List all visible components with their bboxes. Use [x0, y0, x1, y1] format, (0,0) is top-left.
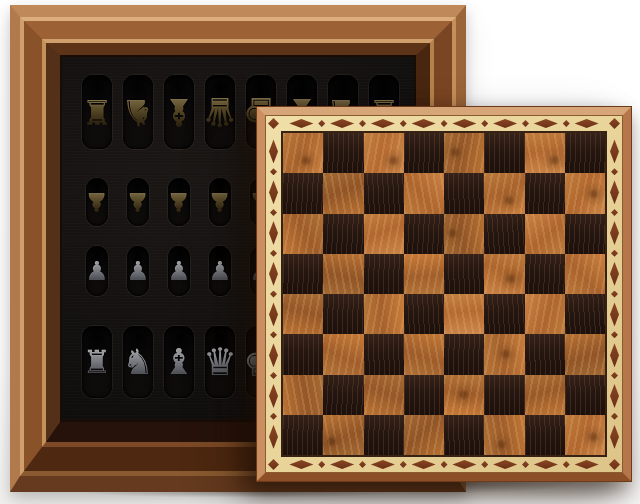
inlay-diamond: [289, 119, 313, 128]
inlay-diamond: [481, 120, 488, 127]
square-h3: [565, 334, 605, 374]
piece-slot: ♛: [205, 75, 235, 149]
square-g5: [525, 254, 565, 294]
square-c4: [364, 294, 404, 334]
square-d6: [404, 214, 444, 254]
square-g7: [525, 173, 565, 213]
inlay-corner-diamond: [268, 459, 279, 470]
square-e8: [444, 133, 484, 173]
square-h6: [565, 214, 605, 254]
inlay-corner-diamond: [268, 118, 279, 129]
square-h1: [565, 415, 605, 455]
inlay-diamond: [400, 120, 407, 127]
square-b4: [323, 294, 363, 334]
board-inner-frame: [281, 131, 607, 457]
inlay-diamond: [611, 250, 618, 257]
board-grid: [283, 133, 605, 455]
square-f8: [484, 133, 524, 173]
square-b7: [323, 173, 363, 213]
inlay-diamond: [371, 119, 395, 128]
square-e5: [444, 254, 484, 294]
piece-slot: ♟: [127, 178, 149, 226]
square-g2: [525, 375, 565, 415]
piece-slot: ♝: [164, 75, 194, 149]
inlay-diamond: [610, 221, 619, 245]
inlay-diamond: [269, 139, 278, 163]
piece-slot: ♟: [168, 178, 190, 226]
chessboard: [256, 106, 632, 482]
inlay-diamond: [493, 119, 517, 128]
inlay-diamond: [269, 384, 278, 408]
square-d5: [404, 254, 444, 294]
inlay-diamond: [270, 168, 277, 175]
square-g1: [525, 415, 565, 455]
silver-knight-piece: ♞: [122, 345, 153, 380]
inlay-diamond: [269, 221, 278, 245]
inlay-diamond: [563, 461, 570, 468]
square-h7: [565, 173, 605, 213]
square-h4: [565, 294, 605, 334]
inlay-diamond: [441, 120, 448, 127]
square-c3: [364, 334, 404, 374]
inlay-corner-diamond: [609, 118, 620, 129]
bronze-knight-piece: ♞: [121, 94, 154, 131]
inlay-diamond: [575, 460, 599, 469]
inlay-diamond: [330, 119, 354, 128]
bronze-pawn-piece: ♟: [126, 189, 149, 215]
inlay-diamond: [534, 119, 558, 128]
inlay-diamond: [289, 460, 313, 469]
inlay-diamond: [481, 461, 488, 468]
square-f3: [484, 334, 524, 374]
square-d8: [404, 133, 444, 173]
inlay-diamond: [359, 461, 366, 468]
inlay-diamond: [610, 139, 619, 163]
square-e4: [444, 294, 484, 334]
square-c7: [364, 173, 404, 213]
piece-slot: ♟: [86, 178, 108, 226]
inlay-diamond: [412, 119, 436, 128]
inlay-diamond: [270, 372, 277, 379]
board-rim: [256, 106, 632, 482]
piece-slot: ♟: [209, 178, 231, 226]
inlay-diamond: [610, 302, 619, 326]
inlay-diamond: [563, 120, 570, 127]
square-b8: [323, 133, 363, 173]
square-b5: [323, 254, 363, 294]
silver-pawn-piece: ♟: [208, 258, 231, 284]
square-d2: [404, 375, 444, 415]
piece-slot: ♛: [205, 326, 235, 398]
square-a1: [283, 415, 323, 455]
inlay-diamond: [269, 425, 278, 449]
inlay-diamond: [522, 461, 529, 468]
bronze-pawn-piece: ♟: [167, 189, 190, 215]
scene: ♜♞♝♛♚♝♞♜♟♟♟♟♟♟♟♟♟♟♟♟♟♟♟♟♜♞♝♛♚♝♞♜: [0, 0, 640, 504]
inlay-diamond: [611, 168, 618, 175]
piece-slot: ♟: [168, 246, 190, 296]
square-c8: [364, 133, 404, 173]
inlay-diamond: [269, 343, 278, 367]
silver-rook-piece: ♜: [83, 346, 112, 378]
silver-pawn-piece: ♟: [167, 258, 190, 284]
piece-slot: ♜: [82, 326, 112, 398]
square-a8: [283, 133, 323, 173]
inlay-diamond: [318, 461, 325, 468]
inlay-diamond: [522, 120, 529, 127]
square-f4: [484, 294, 524, 334]
inlay-diamond: [610, 425, 619, 449]
square-f7: [484, 173, 524, 213]
piece-slot: ♟: [209, 246, 231, 296]
marquetry-border: [265, 115, 623, 473]
square-f1: [484, 415, 524, 455]
square-b6: [323, 214, 363, 254]
inlay-diamond: [611, 413, 618, 420]
square-e6: [444, 214, 484, 254]
inlay-corner-diamond: [609, 459, 620, 470]
square-g4: [525, 294, 565, 334]
inlay-diamond: [611, 209, 618, 216]
piece-slot: ♟: [86, 246, 108, 296]
square-d1: [404, 415, 444, 455]
square-e2: [444, 375, 484, 415]
inlay-diamond: [269, 180, 278, 204]
inlay-diamond: [269, 262, 278, 286]
inlay-diamond: [611, 291, 618, 298]
square-a4: [283, 294, 323, 334]
piece-slot: ♝: [164, 326, 194, 398]
silver-queen-piece: ♛: [203, 343, 237, 381]
inlay-diamond: [270, 331, 277, 338]
inlay-diamond: [493, 460, 517, 469]
square-d7: [404, 173, 444, 213]
square-a2: [283, 375, 323, 415]
inlay-diamond: [575, 119, 599, 128]
bronze-bishop-piece: ♝: [162, 93, 196, 131]
inlay-diamond: [270, 250, 277, 257]
square-f6: [484, 214, 524, 254]
square-e3: [444, 334, 484, 374]
square-g6: [525, 214, 565, 254]
square-h2: [565, 375, 605, 415]
inlay-diamond: [371, 460, 395, 469]
square-g3: [525, 334, 565, 374]
inlay-diamond: [400, 461, 407, 468]
inlay-diamond: [610, 262, 619, 286]
piece-slot: ♟: [127, 246, 149, 296]
piece-slot: ♞: [123, 326, 153, 398]
inlay-diamond: [412, 460, 436, 469]
square-g8: [525, 133, 565, 173]
square-b2: [323, 375, 363, 415]
square-h8: [565, 133, 605, 173]
inlay-diamond: [441, 461, 448, 468]
inlay-diamond: [452, 119, 476, 128]
inlay-diamond: [269, 302, 278, 326]
square-b1: [323, 415, 363, 455]
square-b3: [323, 334, 363, 374]
square-a5: [283, 254, 323, 294]
silver-pawn-piece: ♟: [85, 258, 108, 284]
square-c5: [364, 254, 404, 294]
bronze-rook-piece: ♜: [82, 95, 112, 129]
square-f5: [484, 254, 524, 294]
square-a3: [283, 334, 323, 374]
inlay-diamond: [534, 460, 558, 469]
square-a7: [283, 173, 323, 213]
piece-slot: ♞: [123, 75, 153, 149]
inlay-diamond: [611, 372, 618, 379]
inlay-diamond: [270, 209, 277, 216]
inlay-diamond: [318, 120, 325, 127]
inlay-diamond: [270, 413, 277, 420]
square-d3: [404, 334, 444, 374]
silver-bishop-piece: ♝: [163, 344, 195, 380]
square-a6: [283, 214, 323, 254]
inlay-diamond: [610, 180, 619, 204]
square-c6: [364, 214, 404, 254]
inlay-diamond: [610, 343, 619, 367]
inlay-diamond: [359, 120, 366, 127]
inlay-diamond: [270, 291, 277, 298]
bronze-pawn-piece: ♟: [208, 189, 231, 215]
square-c1: [364, 415, 404, 455]
bronze-pawn-piece: ♟: [85, 189, 108, 215]
inlay-diamond: [610, 384, 619, 408]
square-d4: [404, 294, 444, 334]
silver-pawn-piece: ♟: [126, 258, 149, 284]
piece-slot: ♜: [82, 75, 112, 149]
inlay-diamond: [611, 331, 618, 338]
square-h5: [565, 254, 605, 294]
square-e7: [444, 173, 484, 213]
square-f2: [484, 375, 524, 415]
square-e1: [444, 415, 484, 455]
inlay-diamond: [330, 460, 354, 469]
square-c2: [364, 375, 404, 415]
bronze-queen-piece: ♛: [202, 92, 238, 132]
inlay-diamond: [452, 460, 476, 469]
